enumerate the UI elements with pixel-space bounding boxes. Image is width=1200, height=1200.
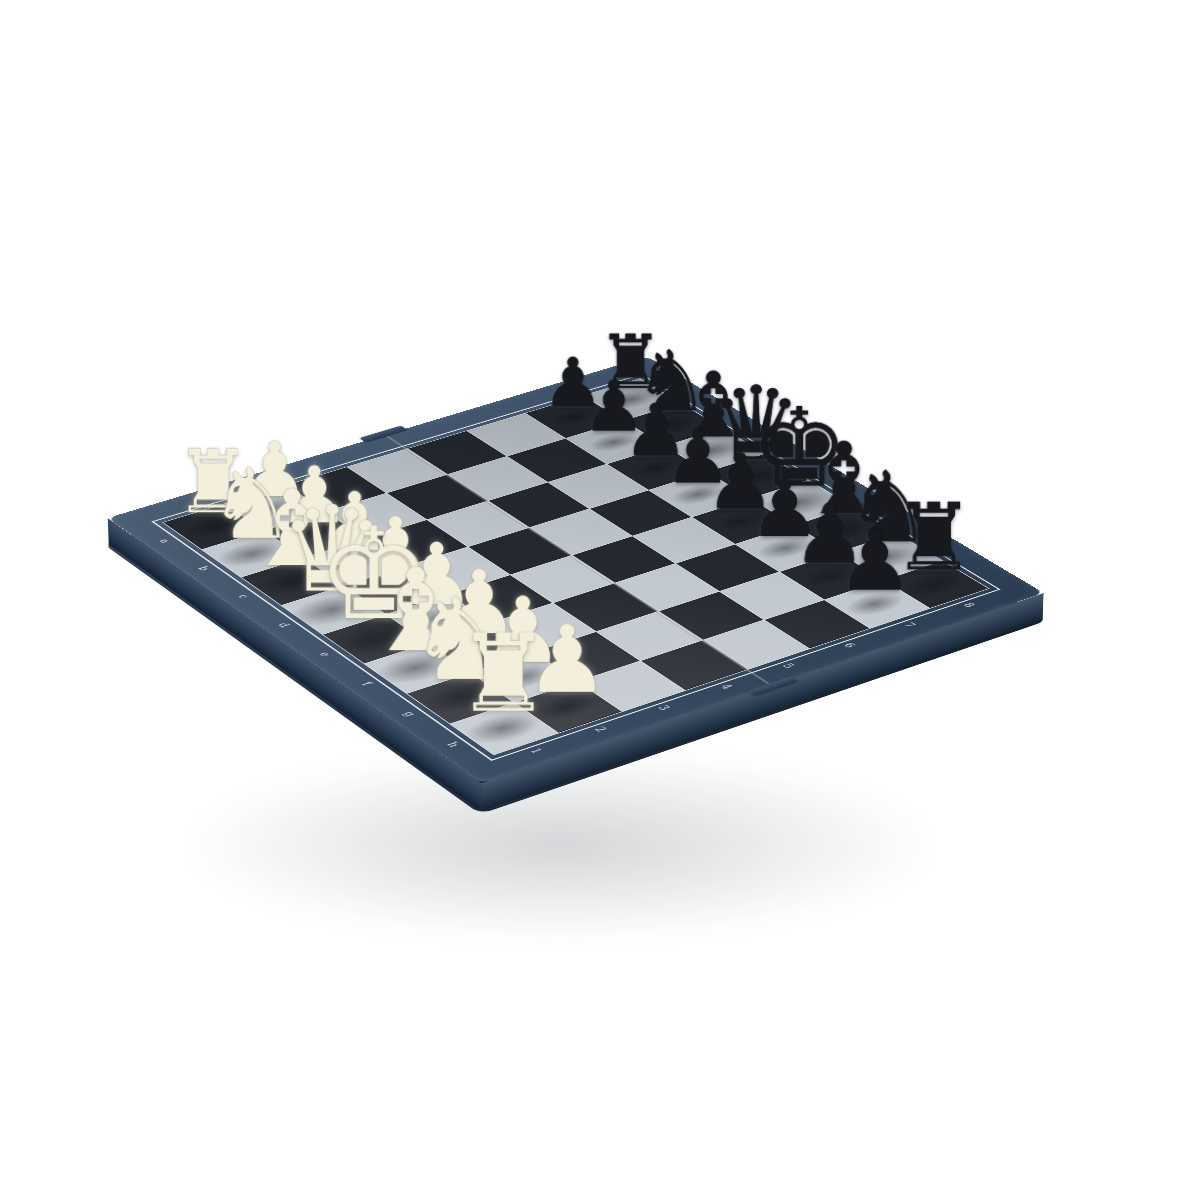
board-3d-plane: abcdefgh12345678 ♜♟♞♟♝♟♛♟♚♟♟♜♝♟♟♞♞♟♟♝♜♟♟… (108, 356, 1044, 783)
board-case: abcdefgh12345678 ♜♟♞♟♝♟♛♟♚♟♟♜♝♟♟♞♞♟♟♝♜♟♟… (108, 356, 1044, 783)
piece-black-pawn-h7[interactable]: ♟ (818, 515, 932, 604)
piece-white-rook-h1[interactable]: ♜ (431, 615, 576, 729)
scene: abcdefgh12345678 ♜♟♞♟♝♟♛♟♚♟♟♜♝♟♟♞♞♟♟♝♜♟♟… (0, 0, 1200, 1200)
chess-set-photo: abcdefgh12345678 ♜♟♞♟♝♟♛♟♚♟♟♜♝♟♟♞♞♟♟♝♜♟♟… (0, 0, 1200, 1200)
